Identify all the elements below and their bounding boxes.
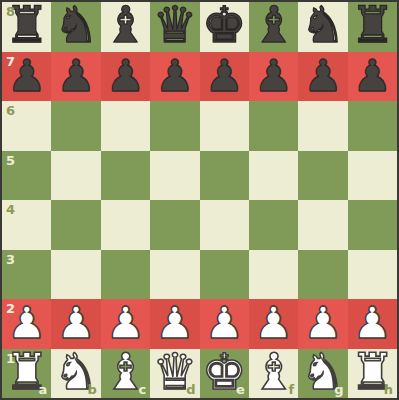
piece-black-king[interactable]: ♚ bbox=[202, 1, 247, 50]
file-label-d: d bbox=[186, 383, 195, 396]
piece-white-pawn[interactable]: ♟ bbox=[155, 298, 194, 347]
rank-label-1: 1 bbox=[6, 352, 15, 365]
square-h3[interactable] bbox=[348, 250, 397, 300]
square-g1[interactable]: g♞ bbox=[298, 349, 347, 399]
piece-black-knight[interactable]: ♞ bbox=[54, 1, 99, 50]
square-b5[interactable] bbox=[51, 151, 100, 201]
piece-black-pawn[interactable]: ♟ bbox=[155, 51, 194, 100]
square-g4[interactable] bbox=[298, 200, 347, 250]
square-e5[interactable] bbox=[200, 151, 249, 201]
file-label-c: c bbox=[138, 383, 146, 396]
square-b1[interactable]: b♞ bbox=[51, 349, 100, 399]
square-e2[interactable]: ♟ bbox=[200, 299, 249, 349]
square-d8[interactable]: ♛ bbox=[150, 2, 199, 52]
square-c4[interactable] bbox=[101, 200, 150, 250]
square-h2[interactable]: ♟ bbox=[348, 299, 397, 349]
square-g6[interactable] bbox=[298, 101, 347, 151]
piece-white-pawn[interactable]: ♟ bbox=[303, 298, 342, 347]
rank-label-2: 2 bbox=[6, 302, 15, 315]
rank-label-5: 5 bbox=[6, 154, 15, 167]
square-f3[interactable] bbox=[249, 250, 298, 300]
square-c1[interactable]: c♝ bbox=[101, 349, 150, 399]
square-f2[interactable]: ♟ bbox=[249, 299, 298, 349]
file-label-e: e bbox=[236, 383, 245, 396]
square-f7[interactable]: ♟ bbox=[249, 52, 298, 102]
square-a2[interactable]: 2♟ bbox=[2, 299, 51, 349]
square-f1[interactable]: f♝ bbox=[249, 349, 298, 399]
square-c8[interactable]: ♝ bbox=[101, 2, 150, 52]
square-h8[interactable]: ♜ bbox=[348, 2, 397, 52]
file-label-b: b bbox=[87, 383, 96, 396]
piece-black-pawn[interactable]: ♟ bbox=[204, 51, 243, 100]
rank-label-6: 6 bbox=[6, 104, 15, 117]
square-d6[interactable] bbox=[150, 101, 199, 151]
piece-black-queen[interactable]: ♛ bbox=[152, 1, 197, 50]
file-label-h: h bbox=[384, 383, 393, 396]
square-g5[interactable] bbox=[298, 151, 347, 201]
square-d7[interactable]: ♟ bbox=[150, 52, 199, 102]
piece-black-pawn[interactable]: ♟ bbox=[106, 51, 145, 100]
square-a6[interactable]: 6 bbox=[2, 101, 51, 151]
square-c6[interactable] bbox=[101, 101, 150, 151]
square-h7[interactable]: ♟ bbox=[348, 52, 397, 102]
square-b8[interactable]: ♞ bbox=[51, 2, 100, 52]
square-a1[interactable]: 1a♜ bbox=[2, 349, 51, 399]
square-b6[interactable] bbox=[51, 101, 100, 151]
chess-board: 8♜♞♝♛♚♝♞♜7♟♟♟♟♟♟♟♟65432♟♟♟♟♟♟♟♟1a♜b♞c♝d♛… bbox=[0, 0, 399, 400]
square-d4[interactable] bbox=[150, 200, 199, 250]
square-d1[interactable]: d♛ bbox=[150, 349, 199, 399]
file-label-g: g bbox=[334, 383, 343, 396]
square-a8[interactable]: 8♜ bbox=[2, 2, 51, 52]
piece-white-pawn[interactable]: ♟ bbox=[353, 298, 392, 347]
square-g3[interactable] bbox=[298, 250, 347, 300]
square-b3[interactable] bbox=[51, 250, 100, 300]
piece-black-bishop[interactable]: ♝ bbox=[103, 1, 148, 50]
piece-black-pawn[interactable]: ♟ bbox=[303, 51, 342, 100]
square-c2[interactable]: ♟ bbox=[101, 299, 150, 349]
piece-white-pawn[interactable]: ♟ bbox=[204, 298, 243, 347]
square-d3[interactable] bbox=[150, 250, 199, 300]
rank-label-7: 7 bbox=[6, 55, 15, 68]
square-f6[interactable] bbox=[249, 101, 298, 151]
square-b2[interactable]: ♟ bbox=[51, 299, 100, 349]
square-e4[interactable] bbox=[200, 200, 249, 250]
square-d5[interactable] bbox=[150, 151, 199, 201]
square-g8[interactable]: ♞ bbox=[298, 2, 347, 52]
square-b4[interactable] bbox=[51, 200, 100, 250]
square-f8[interactable]: ♝ bbox=[249, 2, 298, 52]
file-label-a: a bbox=[39, 383, 48, 396]
square-e7[interactable]: ♟ bbox=[200, 52, 249, 102]
square-g7[interactable]: ♟ bbox=[298, 52, 347, 102]
square-e1[interactable]: e♚ bbox=[200, 349, 249, 399]
file-label-f: f bbox=[289, 383, 295, 396]
square-e6[interactable] bbox=[200, 101, 249, 151]
piece-black-bishop[interactable]: ♝ bbox=[251, 1, 296, 50]
piece-black-pawn[interactable]: ♟ bbox=[254, 51, 293, 100]
piece-black-rook[interactable]: ♜ bbox=[350, 1, 395, 50]
square-a3[interactable]: 3 bbox=[2, 250, 51, 300]
piece-black-knight[interactable]: ♞ bbox=[301, 1, 346, 50]
rank-label-8: 8 bbox=[6, 5, 15, 18]
square-a4[interactable]: 4 bbox=[2, 200, 51, 250]
square-c7[interactable]: ♟ bbox=[101, 52, 150, 102]
square-h5[interactable] bbox=[348, 151, 397, 201]
square-g2[interactable]: ♟ bbox=[298, 299, 347, 349]
square-a7[interactable]: 7♟ bbox=[2, 52, 51, 102]
square-h4[interactable] bbox=[348, 200, 397, 250]
piece-black-pawn[interactable]: ♟ bbox=[353, 51, 392, 100]
piece-white-pawn[interactable]: ♟ bbox=[106, 298, 145, 347]
square-d2[interactable]: ♟ bbox=[150, 299, 199, 349]
piece-black-pawn[interactable]: ♟ bbox=[56, 51, 95, 100]
square-f4[interactable] bbox=[249, 200, 298, 250]
square-e3[interactable] bbox=[200, 250, 249, 300]
rank-label-4: 4 bbox=[6, 203, 15, 216]
rank-label-3: 3 bbox=[6, 253, 15, 266]
piece-white-pawn[interactable]: ♟ bbox=[254, 298, 293, 347]
square-a5[interactable]: 5 bbox=[2, 151, 51, 201]
piece-white-pawn[interactable]: ♟ bbox=[56, 298, 95, 347]
square-c3[interactable] bbox=[101, 250, 150, 300]
square-h1[interactable]: h♜ bbox=[348, 349, 397, 399]
square-b7[interactable]: ♟ bbox=[51, 52, 100, 102]
square-f5[interactable] bbox=[249, 151, 298, 201]
square-c5[interactable] bbox=[101, 151, 150, 201]
square-e8[interactable]: ♚ bbox=[200, 2, 249, 52]
square-h6[interactable] bbox=[348, 101, 397, 151]
